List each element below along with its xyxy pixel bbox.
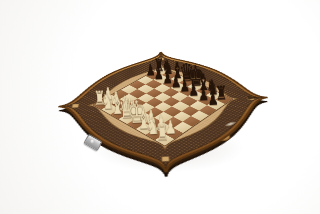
piece-black-pawn[interactable]: ♟ <box>162 71 171 86</box>
scene: ♜♞♝♛♚♝♞♜♟♟♟♟♟♟♟♟♟♟♟♟♟♟♟♟♜♞♝♛♚♝♞♜ <box>0 0 320 214</box>
chess-board: ♜♞♝♛♚♝♞♜♟♟♟♟♟♟♟♟♟♟♟♟♟♟♟♟♜♞♝♛♚♝♞♜ <box>29 40 297 197</box>
piece-white-rook[interactable]: ♜ <box>155 123 165 142</box>
product-photo: ♜♞♝♛♚♝♞♜♟♟♟♟♟♟♟♟♟♟♟♟♟♟♟♟♜♞♝♛♚♝♞♜ <box>0 0 320 214</box>
piece-black-pawn[interactable]: ♟ <box>171 75 180 90</box>
clasp-pin <box>90 139 95 144</box>
piece-white-bishop[interactable]: ♝ <box>136 109 146 132</box>
piece-white-knight[interactable]: ♞ <box>145 116 155 137</box>
piece-black-pawn[interactable]: ♟ <box>207 91 216 107</box>
piece-black-pawn[interactable]: ♟ <box>198 87 207 103</box>
piece-black-pawn[interactable]: ♟ <box>179 79 188 94</box>
piece-black-pawn[interactable]: ♟ <box>189 83 198 99</box>
piece-black-pawn[interactable]: ♟ <box>154 67 162 82</box>
